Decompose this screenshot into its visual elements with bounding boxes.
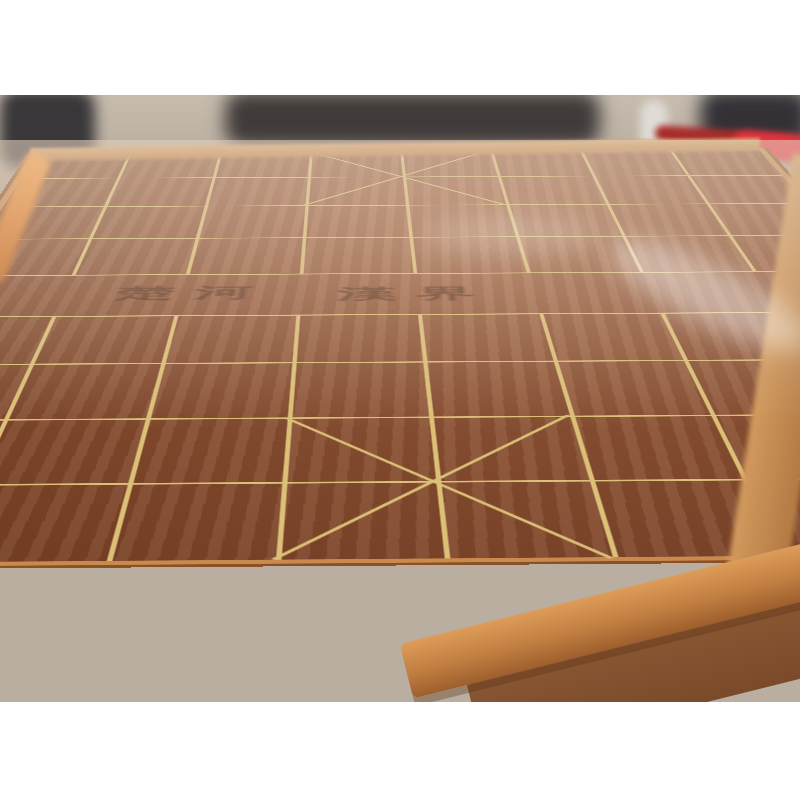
photo-canvas: 楚河 漢界 bbox=[0, 0, 800, 800]
dark-band-center bbox=[225, 95, 600, 147]
board-cell[interactable] bbox=[423, 361, 570, 417]
board-cell[interactable] bbox=[72, 238, 196, 275]
board-cell[interactable] bbox=[292, 314, 423, 362]
xiangqi-board[interactable]: 楚河 漢界 bbox=[0, 150, 800, 564]
photo-area: 楚河 漢界 bbox=[0, 95, 800, 702]
river-label-chu-he: 楚河 bbox=[111, 283, 273, 304]
board-cell[interactable] bbox=[300, 237, 414, 274]
xiangqi-board-grid bbox=[0, 150, 800, 564]
board-cell[interactable] bbox=[161, 315, 296, 363]
river-label-han-jie: 漢界 bbox=[337, 283, 496, 304]
board-cell[interactable] bbox=[305, 176, 405, 205]
board-cell[interactable] bbox=[687, 175, 800, 204]
board-cell[interactable] bbox=[205, 177, 308, 206]
board-cell[interactable] bbox=[107, 482, 283, 561]
board-cell[interactable] bbox=[498, 176, 607, 205]
board-cell[interactable] bbox=[89, 206, 205, 239]
board-cell[interactable] bbox=[288, 361, 429, 417]
board-cell[interactable] bbox=[128, 417, 288, 483]
board-cell[interactable] bbox=[276, 481, 445, 560]
board-cell[interactable] bbox=[303, 205, 410, 237]
board-cell[interactable] bbox=[30, 315, 174, 363]
board-cell[interactable] bbox=[186, 237, 303, 274]
board-cell[interactable] bbox=[0, 418, 146, 484]
board-cell[interactable] bbox=[539, 313, 683, 361]
board-cell[interactable] bbox=[4, 363, 161, 419]
board-cell[interactable] bbox=[196, 205, 305, 237]
glare-center bbox=[420, 215, 600, 255]
board-cell[interactable] bbox=[146, 362, 292, 418]
board-cell[interactable] bbox=[418, 313, 554, 361]
board-cell[interactable] bbox=[104, 177, 213, 206]
board-cell[interactable] bbox=[580, 150, 687, 176]
